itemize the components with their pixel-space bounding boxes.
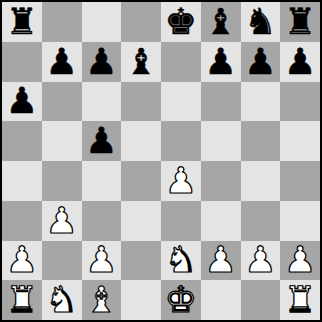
square-h8[interactable]: ♜: [280, 2, 320, 42]
square-d2[interactable]: [121, 241, 161, 281]
piece-black-rook[interactable]: ♜: [6, 4, 38, 40]
piece-white-pawn[interactable]: ♟: [45, 203, 77, 239]
square-c7[interactable]: ♟: [82, 42, 122, 82]
piece-white-pawn[interactable]: ♟: [85, 242, 117, 278]
square-a1[interactable]: ♜: [2, 280, 42, 320]
square-a7[interactable]: [2, 42, 42, 82]
square-c6[interactable]: [82, 82, 122, 122]
square-h3[interactable]: [280, 201, 320, 241]
square-g4[interactable]: [241, 161, 281, 201]
square-b8[interactable]: [42, 2, 82, 42]
piece-black-rook[interactable]: ♜: [284, 4, 316, 40]
piece-black-knight[interactable]: ♞: [244, 4, 276, 40]
square-g2[interactable]: ♟: [241, 241, 281, 281]
piece-white-knight[interactable]: ♞: [165, 242, 197, 278]
piece-white-pawn[interactable]: ♟: [6, 242, 38, 278]
square-e4[interactable]: ♟: [161, 161, 201, 201]
square-g5[interactable]: [241, 121, 281, 161]
square-d8[interactable]: [121, 2, 161, 42]
square-e5[interactable]: [161, 121, 201, 161]
piece-black-pawn[interactable]: ♟: [45, 44, 77, 80]
square-h6[interactable]: [280, 82, 320, 122]
square-b7[interactable]: ♟: [42, 42, 82, 82]
square-h2[interactable]: ♟: [280, 241, 320, 281]
piece-black-pawn[interactable]: ♟: [204, 44, 236, 80]
square-h4[interactable]: [280, 161, 320, 201]
square-e6[interactable]: [161, 82, 201, 122]
square-g3[interactable]: [241, 201, 281, 241]
square-d6[interactable]: [121, 82, 161, 122]
square-d4[interactable]: [121, 161, 161, 201]
square-e1[interactable]: ♚: [161, 280, 201, 320]
square-f4[interactable]: [201, 161, 241, 201]
square-e3[interactable]: [161, 201, 201, 241]
square-b5[interactable]: [42, 121, 82, 161]
square-d1[interactable]: [121, 280, 161, 320]
chess-board: ♜♚♝♞♜♟♟♝♟♟♟♟♟♟♟♟♟♞♟♟♟♜♞♝♚♜: [0, 0, 322, 322]
piece-white-pawn[interactable]: ♟: [284, 242, 316, 278]
square-g6[interactable]: [241, 82, 281, 122]
square-b2[interactable]: [42, 241, 82, 281]
square-a2[interactable]: ♟: [2, 241, 42, 281]
piece-black-pawn[interactable]: ♟: [85, 44, 117, 80]
square-c8[interactable]: [82, 2, 122, 42]
square-c5[interactable]: ♟: [82, 121, 122, 161]
square-d7[interactable]: ♝: [121, 42, 161, 82]
square-f2[interactable]: ♟: [201, 241, 241, 281]
square-c1[interactable]: ♝: [82, 280, 122, 320]
piece-white-rook[interactable]: ♜: [6, 282, 38, 318]
piece-white-pawn[interactable]: ♟: [165, 163, 197, 199]
square-d3[interactable]: [121, 201, 161, 241]
square-a6[interactable]: ♟: [2, 82, 42, 122]
square-c2[interactable]: ♟: [82, 241, 122, 281]
piece-white-rook[interactable]: ♜: [284, 282, 316, 318]
square-f1[interactable]: [201, 280, 241, 320]
square-b6[interactable]: [42, 82, 82, 122]
square-d5[interactable]: [121, 121, 161, 161]
square-b1[interactable]: ♞: [42, 280, 82, 320]
piece-white-bishop[interactable]: ♝: [85, 282, 117, 318]
square-f5[interactable]: [201, 121, 241, 161]
square-f3[interactable]: [201, 201, 241, 241]
square-a3[interactable]: [2, 201, 42, 241]
square-f8[interactable]: ♝: [201, 2, 241, 42]
piece-white-knight[interactable]: ♞: [45, 282, 77, 318]
square-c4[interactable]: [82, 161, 122, 201]
piece-white-pawn[interactable]: ♟: [204, 242, 236, 278]
square-h1[interactable]: ♜: [280, 280, 320, 320]
square-f7[interactable]: ♟: [201, 42, 241, 82]
piece-black-pawn[interactable]: ♟: [85, 123, 117, 159]
square-h5[interactable]: [280, 121, 320, 161]
square-g1[interactable]: [241, 280, 281, 320]
square-g8[interactable]: ♞: [241, 2, 281, 42]
piece-black-pawn[interactable]: ♟: [284, 44, 316, 80]
square-e8[interactable]: ♚: [161, 2, 201, 42]
square-f6[interactable]: [201, 82, 241, 122]
piece-black-bishop[interactable]: ♝: [204, 4, 236, 40]
square-h7[interactable]: ♟: [280, 42, 320, 82]
piece-white-pawn[interactable]: ♟: [244, 242, 276, 278]
piece-black-bishop[interactable]: ♝: [125, 44, 157, 80]
piece-black-king[interactable]: ♚: [165, 4, 197, 40]
square-e7[interactable]: [161, 42, 201, 82]
square-a5[interactable]: [2, 121, 42, 161]
square-c3[interactable]: [82, 201, 122, 241]
square-e2[interactable]: ♞: [161, 241, 201, 281]
square-g7[interactable]: ♟: [241, 42, 281, 82]
square-a4[interactable]: [2, 161, 42, 201]
piece-black-pawn[interactable]: ♟: [6, 83, 38, 119]
square-b3[interactable]: ♟: [42, 201, 82, 241]
square-a8[interactable]: ♜: [2, 2, 42, 42]
piece-white-king[interactable]: ♚: [165, 282, 197, 318]
piece-black-pawn[interactable]: ♟: [244, 44, 276, 80]
square-b4[interactable]: [42, 161, 82, 201]
